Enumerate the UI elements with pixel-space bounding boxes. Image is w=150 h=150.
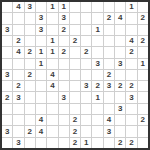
cell-r2c1[interactable] bbox=[13, 25, 23, 35]
cell-r3c3[interactable] bbox=[36, 36, 46, 46]
cell-r9c5[interactable] bbox=[59, 104, 69, 114]
clue-cell-r7c9[interactable]: 3 bbox=[104, 81, 114, 91]
clue-cell-r3c12[interactable]: 2 bbox=[138, 36, 148, 46]
clue-cell-r0c2[interactable]: 3 bbox=[25, 2, 35, 12]
clue-cell-r11c9[interactable]: 3 bbox=[104, 126, 114, 136]
cell-r12c0[interactable] bbox=[2, 138, 12, 148]
clue-cell-r5c8[interactable]: 3 bbox=[92, 59, 102, 69]
clue-cell-r1c9[interactable]: 2 bbox=[104, 13, 114, 23]
cell-r7c5[interactable] bbox=[59, 81, 69, 91]
cell-r10c5[interactable] bbox=[59, 115, 69, 125]
cell-r4c8[interactable] bbox=[92, 47, 102, 57]
cell-r11c7[interactable] bbox=[81, 126, 91, 136]
cell-r12c8[interactable] bbox=[92, 138, 102, 148]
cell-r0c3[interactable] bbox=[36, 2, 46, 12]
cell-r2c4[interactable] bbox=[47, 25, 57, 35]
clue-cell-r6c0[interactable]: 3 bbox=[2, 70, 12, 80]
clue-cell-r2c3[interactable]: 3 bbox=[36, 25, 46, 35]
clue-cell-r6c9[interactable]: 2 bbox=[104, 70, 114, 80]
clue-cell-r3c1[interactable]: 2 bbox=[13, 36, 23, 46]
cell-r11c5[interactable] bbox=[59, 126, 69, 136]
cell-r6c5[interactable] bbox=[59, 70, 69, 80]
cell-r3c10[interactable] bbox=[115, 36, 125, 46]
clue-cell-r5c3[interactable]: 1 bbox=[36, 59, 46, 69]
cell-r11c1[interactable] bbox=[13, 126, 23, 136]
clue-cell-r1c3[interactable]: 3 bbox=[36, 13, 46, 23]
clue-cell-r12c1[interactable]: 3 bbox=[13, 138, 23, 148]
clue-cell-r11c3[interactable]: 4 bbox=[36, 126, 46, 136]
clue-cell-r1c12[interactable]: 2 bbox=[138, 13, 148, 23]
cell-r12c3[interactable] bbox=[36, 138, 46, 148]
cell-r8c2[interactable] bbox=[25, 92, 35, 102]
clue-cell-r4c11[interactable]: 2 bbox=[126, 47, 136, 57]
cell-r8c9[interactable] bbox=[104, 92, 114, 102]
cell-r9c0[interactable] bbox=[2, 104, 12, 114]
clue-cell-r2c8[interactable]: 1 bbox=[92, 25, 102, 35]
cell-r5c6[interactable] bbox=[70, 59, 80, 69]
cell-r7c12[interactable] bbox=[138, 81, 148, 91]
cell-r6c12[interactable] bbox=[138, 70, 148, 80]
cell-r10c10[interactable] bbox=[115, 115, 125, 125]
cell-r5c4[interactable] bbox=[47, 59, 57, 69]
cell-r1c1[interactable] bbox=[13, 13, 23, 23]
cell-r12c12[interactable] bbox=[138, 138, 148, 148]
cell-r5c11[interactable] bbox=[126, 59, 136, 69]
clue-cell-r7c7[interactable]: 3 bbox=[81, 81, 91, 91]
cell-r10c7[interactable] bbox=[81, 115, 91, 125]
cell-r8c10[interactable] bbox=[115, 92, 125, 102]
clue-cell-r0c1[interactable]: 4 bbox=[13, 2, 23, 12]
cell-r7c0[interactable] bbox=[2, 81, 12, 91]
clue-cell-r1c5[interactable]: 3 bbox=[59, 13, 69, 23]
cell-r2c2[interactable] bbox=[25, 25, 35, 35]
clue-cell-r1c10[interactable]: 4 bbox=[115, 13, 125, 23]
cell-r0c0[interactable] bbox=[2, 2, 12, 12]
cell-r1c4[interactable] bbox=[47, 13, 57, 23]
cell-r11c8[interactable] bbox=[92, 126, 102, 136]
clue-cell-r9c10[interactable]: 3 bbox=[115, 104, 125, 114]
clue-cell-r2c5[interactable]: 2 bbox=[59, 25, 69, 35]
clue-cell-r3c6[interactable]: 2 bbox=[70, 36, 80, 46]
cell-r10c11[interactable] bbox=[126, 115, 136, 125]
cell-r1c7[interactable] bbox=[81, 13, 91, 23]
cell-r9c8[interactable] bbox=[92, 104, 102, 114]
cell-r5c5[interactable] bbox=[59, 59, 69, 69]
cell-r8c3[interactable] bbox=[36, 92, 46, 102]
cell-r10c8[interactable] bbox=[92, 115, 102, 125]
cell-r9c11[interactable] bbox=[126, 104, 136, 114]
cell-r12c2[interactable] bbox=[25, 138, 35, 148]
clue-cell-r8c0[interactable]: 2 bbox=[2, 92, 12, 102]
cell-r11c4[interactable] bbox=[47, 126, 57, 136]
cell-r9c1[interactable] bbox=[13, 104, 23, 114]
clue-cell-r4c7[interactable]: 2 bbox=[81, 47, 91, 57]
cell-r9c7[interactable] bbox=[81, 104, 91, 114]
clue-cell-r3c11[interactable]: 4 bbox=[126, 36, 136, 46]
cell-r0c10[interactable] bbox=[115, 2, 125, 12]
cell-r10c0[interactable] bbox=[2, 115, 12, 125]
cell-r5c9[interactable] bbox=[104, 59, 114, 69]
cell-r10c1[interactable] bbox=[13, 115, 23, 125]
cell-r1c11[interactable] bbox=[126, 13, 136, 23]
cell-r11c11[interactable] bbox=[126, 126, 136, 136]
clue-cell-r10c9[interactable]: 4 bbox=[104, 115, 114, 125]
clue-cell-r2c0[interactable]: 3 bbox=[2, 25, 12, 35]
cell-r9c9[interactable] bbox=[104, 104, 114, 114]
cell-r0c7[interactable] bbox=[81, 2, 91, 12]
cell-r6c8[interactable] bbox=[92, 70, 102, 80]
cell-r10c2[interactable] bbox=[25, 115, 35, 125]
cell-r8c7[interactable] bbox=[81, 92, 91, 102]
cell-r6c1[interactable] bbox=[13, 70, 23, 80]
clue-cell-r6c2[interactable]: 2 bbox=[25, 70, 35, 80]
cell-r3c5[interactable] bbox=[59, 36, 69, 46]
clue-cell-r8c1[interactable]: 3 bbox=[13, 92, 23, 102]
clue-cell-r8c11[interactable]: 3 bbox=[126, 92, 136, 102]
cell-r6c6[interactable] bbox=[70, 70, 80, 80]
cell-r4c9[interactable] bbox=[104, 47, 114, 57]
clue-cell-r4c2[interactable]: 2 bbox=[25, 47, 35, 57]
clue-cell-r7c8[interactable]: 2 bbox=[92, 81, 102, 91]
cell-r5c7[interactable] bbox=[81, 59, 91, 69]
clue-cell-r4c5[interactable]: 2 bbox=[59, 47, 69, 57]
cell-r3c8[interactable] bbox=[92, 36, 102, 46]
cell-r0c8[interactable] bbox=[92, 2, 102, 12]
clue-cell-r7c1[interactable]: 2 bbox=[13, 81, 23, 91]
cell-r12c9[interactable] bbox=[104, 138, 114, 148]
clue-cell-r7c4[interactable]: 4 bbox=[47, 81, 57, 91]
clue-cell-r4c3[interactable]: 1 bbox=[36, 47, 46, 57]
cell-r7c6[interactable] bbox=[70, 81, 80, 91]
cell-r2c7[interactable] bbox=[81, 25, 91, 35]
cell-r2c11[interactable] bbox=[126, 25, 136, 35]
cell-r4c0[interactable] bbox=[2, 47, 12, 57]
clue-cell-r8c5[interactable]: 3 bbox=[59, 92, 69, 102]
cell-r3c9[interactable] bbox=[104, 36, 114, 46]
cell-r7c2[interactable] bbox=[25, 81, 35, 91]
clue-cell-r4c1[interactable]: 4 bbox=[13, 47, 23, 57]
cell-r1c6[interactable] bbox=[70, 13, 80, 23]
cell-r4c6[interactable] bbox=[70, 47, 80, 57]
cell-r0c6[interactable] bbox=[70, 2, 80, 12]
cell-r5c1[interactable] bbox=[13, 59, 23, 69]
cell-r6c7[interactable] bbox=[81, 70, 91, 80]
puzzle-board: 4311133242332121242421122213313242243232… bbox=[0, 0, 150, 150]
cell-r8c6[interactable] bbox=[70, 92, 80, 102]
cell-r11c12[interactable] bbox=[138, 126, 148, 136]
cell-r7c3[interactable] bbox=[36, 81, 46, 91]
clue-cell-r12c7[interactable]: 1 bbox=[81, 138, 91, 148]
clue-cell-r5c10[interactable]: 3 bbox=[115, 59, 125, 69]
clue-cell-r7c11[interactable]: 2 bbox=[126, 81, 136, 91]
clue-cell-r4c4[interactable]: 1 bbox=[47, 47, 57, 57]
cell-r1c8[interactable] bbox=[92, 13, 102, 23]
cell-r9c2[interactable] bbox=[25, 104, 35, 114]
cell-r12c4[interactable] bbox=[47, 138, 57, 148]
cell-r9c12[interactable] bbox=[138, 104, 148, 114]
cell-r6c3[interactable] bbox=[36, 70, 46, 80]
cell-r8c12[interactable] bbox=[138, 92, 148, 102]
clue-cell-r0c11[interactable]: 1 bbox=[126, 2, 136, 12]
clue-cell-r8c8[interactable]: 1 bbox=[92, 92, 102, 102]
clue-cell-r12c6[interactable]: 2 bbox=[70, 138, 80, 148]
cell-r2c6[interactable] bbox=[70, 25, 80, 35]
cell-r2c12[interactable] bbox=[138, 25, 148, 35]
clue-cell-r11c6[interactable]: 2 bbox=[70, 126, 80, 136]
cell-r5c2[interactable] bbox=[25, 59, 35, 69]
clue-cell-r10c6[interactable]: 2 bbox=[70, 115, 80, 125]
cell-r6c10[interactable] bbox=[115, 70, 125, 80]
cell-r1c0[interactable] bbox=[2, 13, 12, 23]
cell-r9c3[interactable] bbox=[36, 104, 46, 114]
clue-cell-r11c0[interactable]: 3 bbox=[2, 126, 12, 136]
clue-cell-r0c5[interactable]: 1 bbox=[59, 2, 69, 12]
cell-r9c6[interactable] bbox=[70, 104, 80, 114]
clue-cell-r12c11[interactable]: 2 bbox=[126, 138, 136, 148]
clue-cell-r5c12[interactable]: 1 bbox=[138, 59, 148, 69]
clue-cell-r10c3[interactable]: 4 bbox=[36, 115, 46, 125]
cell-r8c4[interactable] bbox=[47, 92, 57, 102]
cell-r11c10[interactable] bbox=[115, 126, 125, 136]
clue-cell-r6c4[interactable]: 4 bbox=[47, 70, 57, 80]
cell-r4c12[interactable] bbox=[138, 47, 148, 57]
clue-cell-r7c10[interactable]: 2 bbox=[115, 81, 125, 91]
clue-cell-r3c4[interactable]: 1 bbox=[47, 36, 57, 46]
cell-r5c0[interactable] bbox=[2, 59, 12, 69]
clue-cell-r11c2[interactable]: 2 bbox=[25, 126, 35, 136]
clue-cell-r0c4[interactable]: 1 bbox=[47, 2, 57, 12]
cell-r2c9[interactable] bbox=[104, 25, 114, 35]
cell-r12c5[interactable] bbox=[59, 138, 69, 148]
cell-r3c0[interactable] bbox=[2, 36, 12, 46]
cell-r3c2[interactable] bbox=[25, 36, 35, 46]
cell-r1c2[interactable] bbox=[25, 13, 35, 23]
cell-r9c4[interactable] bbox=[47, 104, 57, 114]
clue-cell-r12c10[interactable]: 2 bbox=[115, 138, 125, 148]
cell-r3c7[interactable] bbox=[81, 36, 91, 46]
cell-r10c4[interactable] bbox=[47, 115, 57, 125]
cell-r0c9[interactable] bbox=[104, 2, 114, 12]
cell-r2c10[interactable] bbox=[115, 25, 125, 35]
cell-r0c12[interactable] bbox=[138, 2, 148, 12]
cell-r4c10[interactable] bbox=[115, 47, 125, 57]
cell-r6c11[interactable] bbox=[126, 70, 136, 80]
clue-cell-r10c12[interactable]: 2 bbox=[138, 115, 148, 125]
